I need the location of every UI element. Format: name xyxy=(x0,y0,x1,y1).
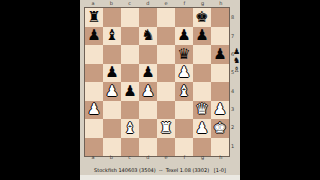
square-d7[interactable]: ♞ xyxy=(139,27,157,46)
white-pawn[interactable]: ♟ xyxy=(87,102,100,117)
square-e6[interactable] xyxy=(157,45,175,64)
black-bishop[interactable]: ♝ xyxy=(105,28,118,43)
square-a6[interactable] xyxy=(85,45,103,64)
square-f2[interactable] xyxy=(175,119,193,138)
chess-gui: abcdefgh ♜♚♟♝♞♟♟♛♟♟♟♟♟♟♟♝♟♛♟♝♜♟♚ abcdefg… xyxy=(80,0,240,180)
rank-label-1: 1 xyxy=(231,137,236,155)
square-a2[interactable] xyxy=(85,119,103,138)
square-h7[interactable] xyxy=(211,27,229,46)
black-pawn[interactable]: ♟ xyxy=(123,84,136,99)
square-f5[interactable]: ♟ xyxy=(175,64,193,83)
rank-label-8: 8 xyxy=(231,8,236,26)
square-a4[interactable] xyxy=(85,82,103,101)
square-b3[interactable] xyxy=(103,101,121,120)
black-knight[interactable]: ♞ xyxy=(141,28,154,43)
square-c6[interactable] xyxy=(121,45,139,64)
square-b7[interactable]: ♝ xyxy=(103,27,121,46)
square-g4[interactable] xyxy=(193,82,211,101)
rank-labels: 87654321 xyxy=(231,8,236,155)
square-e4[interactable] xyxy=(157,82,175,101)
rank-label-3: 3 xyxy=(231,100,236,118)
square-e2[interactable]: ♜ xyxy=(157,119,175,138)
white-king[interactable]: ♚ xyxy=(213,121,226,136)
white-pawn[interactable]: ♟ xyxy=(105,84,118,99)
square-e3[interactable] xyxy=(157,101,175,120)
square-h8[interactable] xyxy=(211,8,229,27)
square-d2[interactable] xyxy=(139,119,157,138)
square-g7[interactable]: ♟ xyxy=(193,27,211,46)
rank-label-2: 2 xyxy=(231,118,236,136)
white-pawn[interactable]: ♟ xyxy=(141,84,154,99)
white-bishop[interactable]: ♝ xyxy=(177,84,190,99)
black-pawn[interactable]: ♟ xyxy=(141,65,154,80)
square-d4[interactable]: ♟ xyxy=(139,82,157,101)
square-d6[interactable] xyxy=(139,45,157,64)
square-a3[interactable]: ♟ xyxy=(85,101,103,120)
chess-board[interactable]: ♜♚♟♝♞♟♟♛♟♟♟♟♟♟♟♝♟♛♟♝♜♟♚ xyxy=(84,7,230,157)
square-f3[interactable] xyxy=(175,101,193,120)
square-e7[interactable] xyxy=(157,27,175,46)
square-d5[interactable]: ♟ xyxy=(139,64,157,83)
white-queen[interactable]: ♛ xyxy=(195,102,208,117)
square-h2[interactable]: ♚ xyxy=(211,119,229,138)
square-c2[interactable]: ♝ xyxy=(121,119,139,138)
square-e8[interactable] xyxy=(157,8,175,27)
white-pawn[interactable]: ♟ xyxy=(195,121,208,136)
square-h4[interactable] xyxy=(211,82,229,101)
rank-label-7: 7 xyxy=(231,26,236,44)
square-h6[interactable]: ♟ xyxy=(211,45,229,64)
square-f4[interactable]: ♝ xyxy=(175,82,193,101)
material-strip: ♟♞♗ xyxy=(233,47,240,74)
square-f8[interactable] xyxy=(175,8,193,27)
square-d8[interactable] xyxy=(139,8,157,27)
black-pawn[interactable]: ♟ xyxy=(105,65,118,80)
square-g2[interactable]: ♟ xyxy=(193,119,211,138)
black-queen[interactable]: ♛ xyxy=(177,47,190,62)
rank-label-4: 4 xyxy=(231,82,236,100)
square-g3[interactable]: ♛ xyxy=(193,101,211,120)
square-b2[interactable] xyxy=(103,119,121,138)
square-d3[interactable] xyxy=(139,101,157,120)
square-b6[interactable] xyxy=(103,45,121,64)
white-pawn[interactable]: ♟ xyxy=(177,65,190,80)
black-rook[interactable]: ♜ xyxy=(87,10,100,25)
letterbox-left xyxy=(0,0,80,180)
black-pawn[interactable]: ♟ xyxy=(195,28,208,43)
black-pawn[interactable]: ♟ xyxy=(87,28,100,43)
square-h5[interactable] xyxy=(211,64,229,83)
white-bishop[interactable]: ♝ xyxy=(123,121,136,136)
white-rook[interactable]: ♜ xyxy=(159,121,172,136)
square-g8[interactable]: ♚ xyxy=(193,8,211,27)
white-pawn[interactable]: ♟ xyxy=(213,102,226,117)
square-g5[interactable] xyxy=(193,64,211,83)
square-a5[interactable] xyxy=(85,64,103,83)
square-b5[interactable]: ♟ xyxy=(103,64,121,83)
black-pawn[interactable]: ♟ xyxy=(213,47,226,62)
square-b4[interactable]: ♟ xyxy=(103,82,121,101)
players-line: Stockfish 140603 (3504) -- Texel 1.08 (3… xyxy=(81,168,239,173)
square-h3[interactable]: ♟ xyxy=(211,101,229,120)
black-king[interactable]: ♚ xyxy=(195,10,208,25)
black-pawn[interactable]: ♟ xyxy=(177,28,190,43)
square-b8[interactable] xyxy=(103,8,121,27)
square-f6[interactable]: ♛ xyxy=(175,45,193,64)
square-c5[interactable] xyxy=(121,64,139,83)
square-e5[interactable] xyxy=(157,64,175,83)
video-frame: abcdefgh ♜♚♟♝♞♟♟♛♟♟♟♟♟♟♟♝♟♛♟♝♜♟♚ abcdefg… xyxy=(0,0,320,180)
square-f7[interactable]: ♟ xyxy=(175,27,193,46)
square-a8[interactable]: ♜ xyxy=(85,8,103,27)
square-a7[interactable]: ♟ xyxy=(85,27,103,46)
square-c4[interactable]: ♟ xyxy=(121,82,139,101)
letterbox-right xyxy=(240,0,320,180)
square-c3[interactable] xyxy=(121,101,139,120)
square-c8[interactable] xyxy=(121,8,139,27)
status-bar: Stockfish 140603 (3504) -- Texel 1.08 (3… xyxy=(81,157,239,180)
square-c7[interactable] xyxy=(121,27,139,46)
square-g6[interactable] xyxy=(193,45,211,64)
